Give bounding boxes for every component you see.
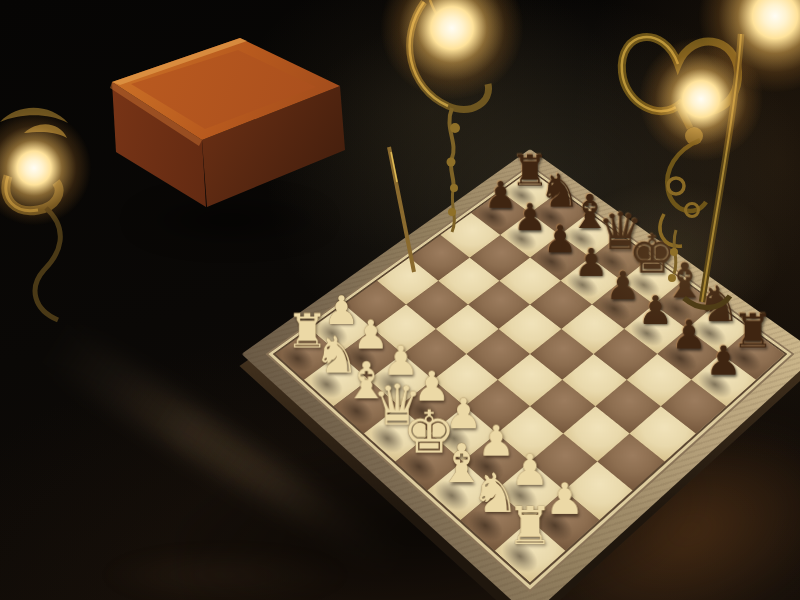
square-e4[interactable] bbox=[498, 354, 563, 406]
glowing-bulb bbox=[636, 34, 766, 164]
glowing-bulb bbox=[695, 0, 800, 96]
board-squares: ♜♞♝♛♚♝♞♜♟♟♟♟♟♟♟♟♟♟♟♟♟♟♟♟♜♞♝♛♚♝♞♜ bbox=[275, 171, 784, 583]
square-h1[interactable]: ♜ bbox=[495, 520, 565, 582]
table-sheen bbox=[60, 540, 390, 600]
square-f6[interactable] bbox=[594, 329, 658, 380]
black-pawn-h7: ♟ bbox=[688, 339, 759, 380]
left-lamp bbox=[0, 108, 68, 320]
glowing-bulb bbox=[0, 108, 94, 228]
wooden-storage-box bbox=[95, 30, 365, 220]
white-rook-h1: ♜ bbox=[491, 499, 568, 551]
chess-photo-scene: ♜♞♝♛♚♝♞♜♟♟♟♟♟♟♟♟♟♟♟♟♟♟♟♟♜♞♝♛♚♝♞♜ bbox=[0, 0, 800, 600]
glowing-bulb bbox=[377, 0, 527, 103]
